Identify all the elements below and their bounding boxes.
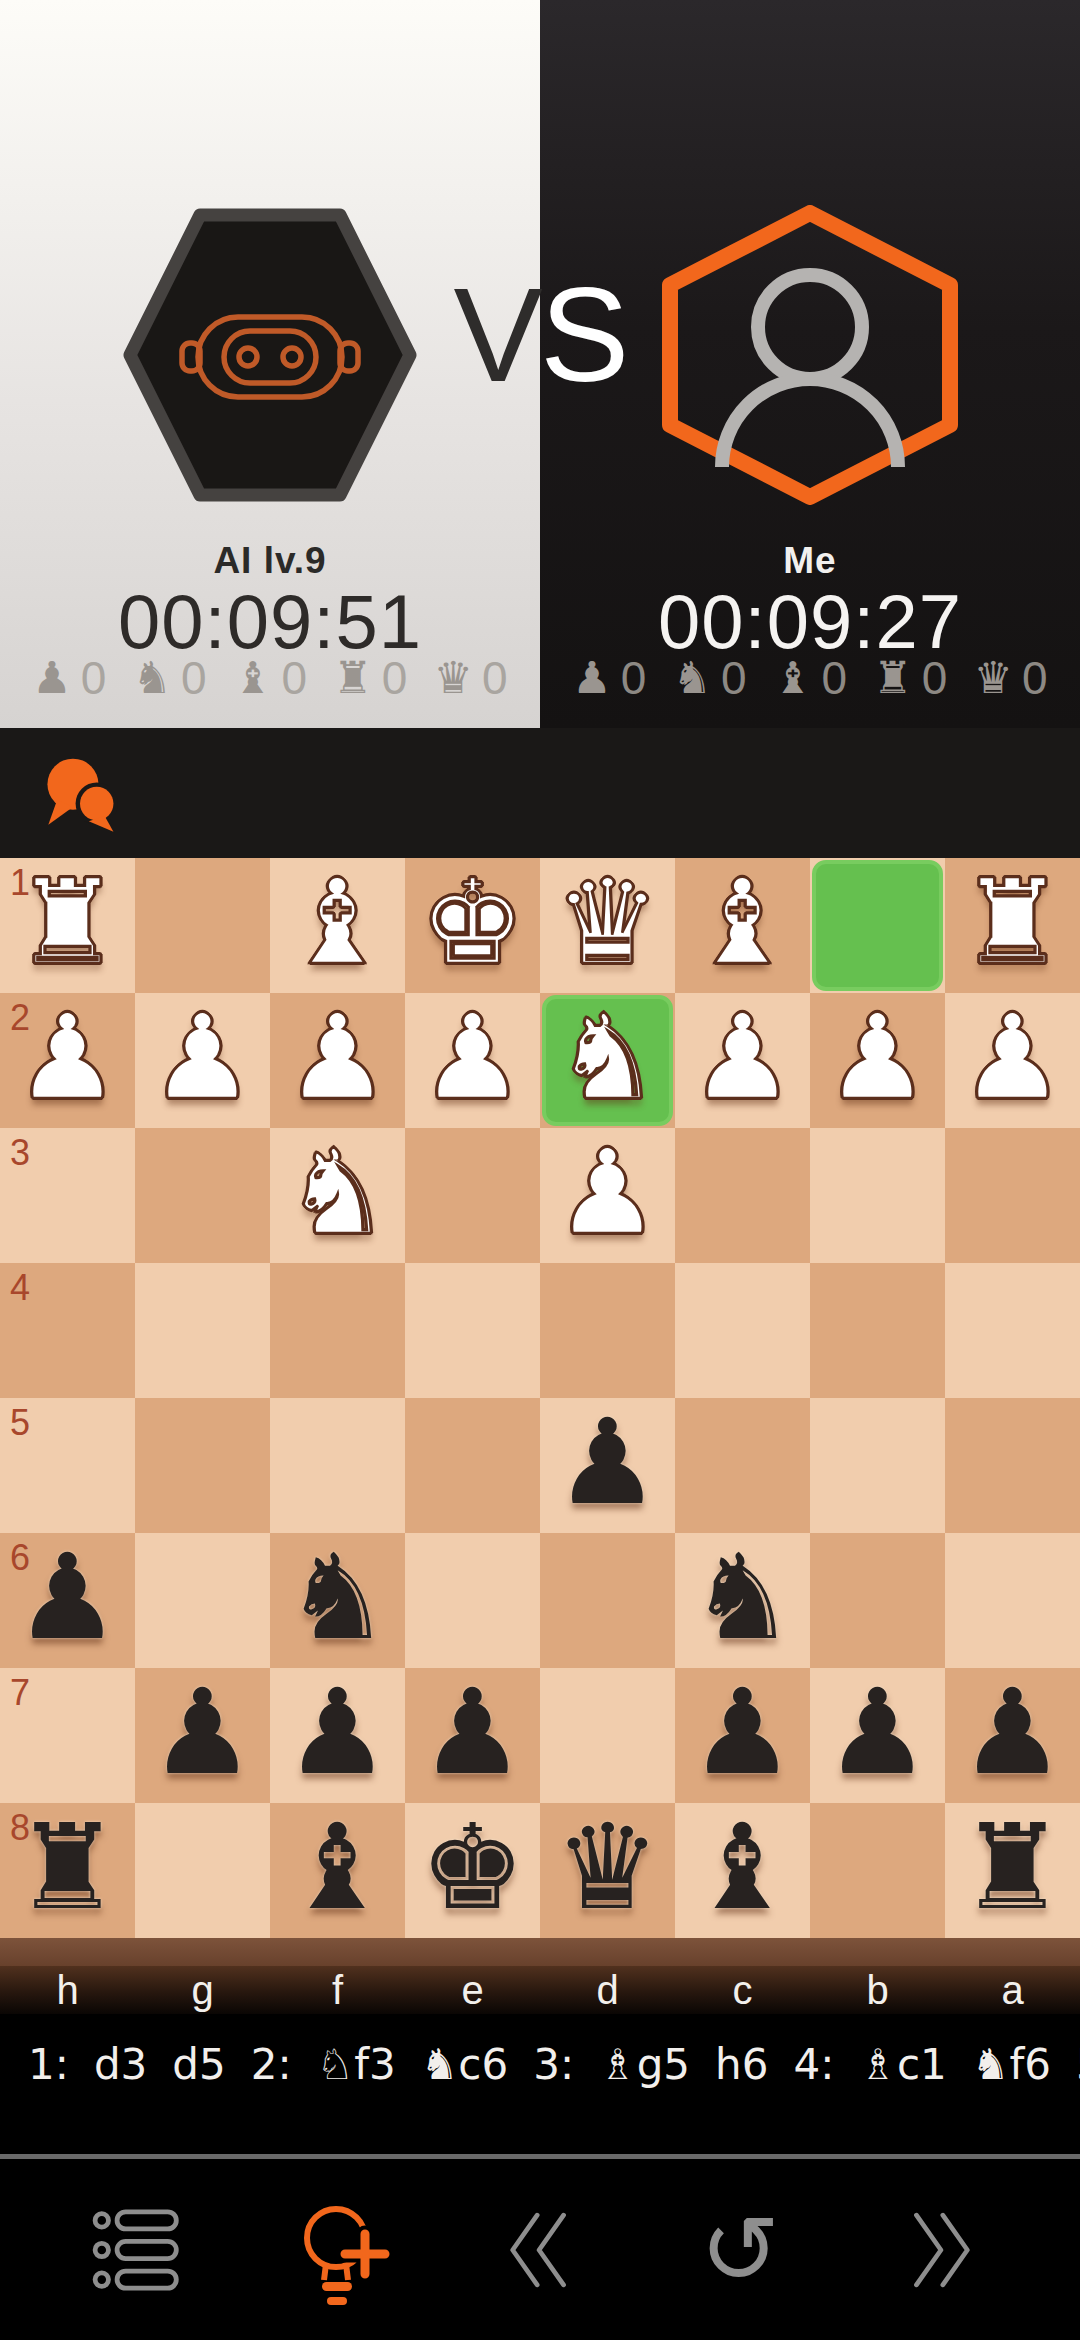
file-label-h: h <box>0 1968 135 2013</box>
captured-rook: ♜0 <box>333 655 407 701</box>
square-f1[interactable]: ♝ <box>270 858 405 993</box>
square-d8[interactable]: ♛ <box>540 1803 675 1938</box>
move-white[interactable]: ♗g5 <box>599 2040 690 2089</box>
piece-black-king: ♚ <box>420 1808 526 1926</box>
square-g6[interactable] <box>135 1533 270 1668</box>
square-f8[interactable]: ♝ <box>270 1803 405 1938</box>
piece-black-pawn: ♟ <box>285 1673 391 1791</box>
rank-label-5: 5 <box>10 1402 50 1444</box>
piece-black-pawn: ♟ <box>690 1673 796 1791</box>
captured-rook: ♜0 <box>873 655 947 701</box>
piece-white-bishop: ♝ <box>285 863 391 981</box>
rook-icon: ♜ <box>873 656 912 700</box>
person-icon <box>722 275 898 467</box>
square-c2[interactable]: ♟ <box>675 993 810 1128</box>
piece-white-pawn: ♟ <box>960 998 1066 1116</box>
square-b2[interactable]: ♟ <box>810 993 945 1128</box>
square-a1[interactable]: ♜ <box>945 858 1080 993</box>
square-d7[interactable] <box>540 1668 675 1803</box>
move-black[interactable]: d5 <box>172 2040 225 2089</box>
captured-count: 0 <box>1022 655 1048 701</box>
square-g2[interactable]: ♟ <box>135 993 270 1128</box>
square-d6[interactable] <box>540 1533 675 1668</box>
move-black[interactable]: h6 <box>715 2040 768 2089</box>
captured-queen: ♛0 <box>434 655 508 701</box>
square-g4[interactable] <box>135 1263 270 1398</box>
square-e6[interactable] <box>405 1533 540 1668</box>
piece-black-pawn: ♟ <box>420 1673 526 1791</box>
captured-queen: ♛0 <box>974 655 1048 701</box>
piece-black-bishop: ♝ <box>690 1808 796 1926</box>
square-g7[interactable]: ♟ <box>135 1668 270 1803</box>
move-white[interactable]: ♗c1 <box>859 2040 946 2089</box>
file-label-g: g <box>135 1968 270 2013</box>
rank-label-4: 4 <box>10 1267 50 1309</box>
piece-white-queen: ♛ <box>555 863 661 981</box>
move-black[interactable]: ♞c6 <box>421 2040 508 2089</box>
captured-knight: ♞0 <box>673 655 747 701</box>
piece-white-knight: ♞ <box>555 998 661 1116</box>
square-g3[interactable] <box>135 1128 270 1263</box>
board-bottom-frame <box>0 1938 1080 1966</box>
square-a6[interactable] <box>945 1533 1080 1668</box>
square-c4[interactable] <box>675 1263 810 1398</box>
bishop-icon: ♝ <box>773 656 812 700</box>
square-c1[interactable]: ♝ <box>675 858 810 993</box>
square-c3[interactable] <box>675 1128 810 1263</box>
move-white[interactable]: ♘f3 <box>317 2040 396 2089</box>
captured-pawn: ♟0 <box>32 655 106 701</box>
chess-board: ♜♝♚♛♝♜♟♟♟♟♞♟♟♟♞♟♟♟♞♞♟♟♟♟♟♟♜♝♚♛♝♜12345678 <box>0 858 1080 1938</box>
hint-button[interactable] <box>280 2195 400 2325</box>
file-label-e: e <box>405 1968 540 2013</box>
square-a2[interactable]: ♟ <box>945 993 1080 1128</box>
move-number: 2: <box>251 2040 292 2089</box>
captured-count: 0 <box>181 655 207 701</box>
queen-icon: ♛ <box>974 656 1013 700</box>
square-d2[interactable]: ♞ <box>540 993 675 1128</box>
square-b6[interactable] <box>810 1533 945 1668</box>
captured-count: 0 <box>281 655 307 701</box>
captured-count: 0 <box>482 655 508 701</box>
square-f4[interactable] <box>270 1263 405 1398</box>
square-f2[interactable]: ♟ <box>270 993 405 1128</box>
square-a5[interactable] <box>945 1398 1080 1533</box>
square-b8[interactable] <box>810 1803 945 1938</box>
queen-icon: ♛ <box>434 656 473 700</box>
piece-black-rook: ♜ <box>960 1808 1066 1926</box>
piece-white-pawn: ♟ <box>690 998 796 1116</box>
pawn-icon: ♟ <box>572 656 611 700</box>
piece-black-knight: ♞ <box>690 1538 796 1656</box>
rank-label-3: 3 <box>10 1132 50 1174</box>
captured-count: 0 <box>821 655 847 701</box>
square-c7[interactable]: ♟ <box>675 1668 810 1803</box>
rank-label-6: 6 <box>10 1537 50 1579</box>
rank-label-7: 7 <box>10 1672 50 1714</box>
piece-black-queen: ♛ <box>555 1808 661 1926</box>
piece-white-pawn: ♟ <box>285 998 391 1116</box>
square-a7[interactable]: ♟ <box>945 1668 1080 1803</box>
rook-icon: ♜ <box>333 656 372 700</box>
knight-icon: ♞ <box>133 656 172 700</box>
ai-avatar <box>120 205 420 505</box>
piece-white-rook: ♜ <box>960 863 1066 981</box>
piece-white-pawn: ♟ <box>555 1133 661 1251</box>
move-black[interactable]: ♞f6 <box>972 2040 1051 2089</box>
me-avatar[interactable] <box>660 205 960 505</box>
move-number: 4: <box>793 2040 834 2089</box>
square-f5[interactable] <box>270 1398 405 1533</box>
piece-black-pawn: ♟ <box>150 1673 256 1791</box>
back-button[interactable] <box>480 2185 600 2315</box>
captured-row-me: ♟0♞0♝0♜0♛0 <box>540 650 1080 706</box>
square-c6[interactable]: ♞ <box>675 1533 810 1668</box>
player-name-ai: AI lv.9 <box>0 540 540 582</box>
square-b7[interactable]: ♟ <box>810 1668 945 1803</box>
undo-button[interactable]: ↺ <box>680 2185 800 2315</box>
square-d4[interactable] <box>540 1263 675 1398</box>
file-label-a: a <box>945 1968 1080 2013</box>
piece-white-pawn: ♟ <box>150 998 256 1116</box>
square-e7[interactable]: ♟ <box>405 1668 540 1803</box>
chat-icon[interactable] <box>36 749 124 837</box>
bishop-icon: ♝ <box>233 656 272 700</box>
square-b3[interactable] <box>810 1128 945 1263</box>
match-header: AI lv.9 00:09:51 ♟0♞0♝0♜0♛0 Me 00:09:27 … <box>0 0 1080 728</box>
captured-bishop: ♝0 <box>773 655 847 701</box>
square-f3[interactable]: ♞ <box>270 1128 405 1263</box>
piece-white-pawn: ♟ <box>420 998 526 1116</box>
square-g5[interactable] <box>135 1398 270 1533</box>
captured-pawn: ♟0 <box>572 655 646 701</box>
player-name-me: Me <box>540 540 1080 582</box>
piece-white-bishop: ♝ <box>690 863 796 981</box>
skip-forward-icon <box>907 2207 973 2293</box>
square-b5[interactable] <box>810 1398 945 1533</box>
square-d3[interactable]: ♟ <box>540 1128 675 1263</box>
piece-black-pawn: ♟ <box>825 1673 931 1791</box>
captured-bishop: ♝0 <box>233 655 307 701</box>
toolbar: ↺ <box>0 2159 1080 2340</box>
square-d1[interactable]: ♛ <box>540 858 675 993</box>
square-e2[interactable]: ♟ <box>405 993 540 1128</box>
file-label-b: b <box>810 1968 945 2013</box>
forward-button[interactable] <box>880 2185 1000 2315</box>
skip-back-icon <box>507 2207 573 2293</box>
square-b4[interactable] <box>810 1263 945 1398</box>
move-number: 3: <box>533 2040 574 2089</box>
square-f7[interactable]: ♟ <box>270 1668 405 1803</box>
pawn-icon: ♟ <box>32 656 71 700</box>
file-label-f: f <box>270 1968 405 2013</box>
move-list-icon <box>90 2207 190 2293</box>
captured-count: 0 <box>621 655 647 701</box>
highlight-b1 <box>812 860 943 991</box>
captured-count: 0 <box>922 655 948 701</box>
captured-count: 0 <box>721 655 747 701</box>
move-list: 1:d3d52:♘f3♞c63:♗g5h64:♗c1♞f65:♘bd2 <box>0 2014 1080 2114</box>
square-d5[interactable]: ♟ <box>540 1398 675 1533</box>
square-a3[interactable] <box>945 1128 1080 1263</box>
piece-white-king: ♚ <box>420 863 526 981</box>
square-c8[interactable]: ♝ <box>675 1803 810 1938</box>
square-e4[interactable] <box>405 1263 540 1398</box>
square-a4[interactable] <box>945 1263 1080 1398</box>
move-white[interactable]: d3 <box>94 2040 147 2089</box>
square-c5[interactable] <box>675 1398 810 1533</box>
file-labels: hgfedcba <box>0 1966 1080 2014</box>
vs-label: VS <box>454 268 627 402</box>
chess-app-screen: AI lv.9 00:09:51 ♟0♞0♝0♜0♛0 Me 00:09:27 … <box>0 0 1080 2340</box>
piece-black-knight: ♞ <box>285 1538 391 1656</box>
captured-count: 0 <box>81 655 107 701</box>
square-g1[interactable] <box>135 858 270 993</box>
rank-label-8: 8 <box>10 1807 50 1849</box>
piece-white-pawn: ♟ <box>825 998 931 1116</box>
piece-black-pawn: ♟ <box>960 1673 1066 1791</box>
piece-black-pawn: ♟ <box>555 1403 661 1521</box>
piece-black-bishop: ♝ <box>285 1808 391 1926</box>
square-e8[interactable]: ♚ <box>405 1803 540 1938</box>
hint-bulb-icon <box>288 2198 392 2322</box>
square-e1[interactable]: ♚ <box>405 858 540 993</box>
square-a8[interactable]: ♜ <box>945 1803 1080 1938</box>
knight-icon: ♞ <box>673 656 712 700</box>
move-list-button[interactable] <box>80 2185 200 2315</box>
captured-row-ai: ♟0♞0♝0♜0♛0 <box>0 650 540 706</box>
square-f6[interactable]: ♞ <box>270 1533 405 1668</box>
move-number: 5: <box>1076 2040 1080 2089</box>
captured-knight: ♞0 <box>133 655 207 701</box>
square-g8[interactable] <box>135 1803 270 1938</box>
chat-bar[interactable] <box>0 728 1080 858</box>
move-number: 1: <box>28 2040 69 2089</box>
file-label-c: c <box>675 1968 810 2013</box>
rank-label-1: 1 <box>10 862 50 904</box>
undo-icon: ↺ <box>700 2202 780 2298</box>
rank-label-2: 2 <box>10 997 50 1039</box>
square-e3[interactable] <box>405 1128 540 1263</box>
square-e5[interactable] <box>405 1398 540 1533</box>
square-b1[interactable] <box>810 858 945 993</box>
file-label-d: d <box>540 1968 675 2013</box>
captured-count: 0 <box>382 655 408 701</box>
piece-white-knight: ♞ <box>285 1133 391 1251</box>
